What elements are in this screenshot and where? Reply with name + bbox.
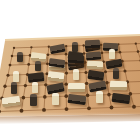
tak-wall-black[interactable] bbox=[35, 61, 41, 72]
tak-flat-white[interactable] bbox=[68, 83, 85, 92]
tak-wall-black[interactable] bbox=[17, 52, 23, 62]
tak-wall-black[interactable] bbox=[11, 82, 17, 93]
tak-wall-white[interactable] bbox=[73, 69, 79, 80]
tak-flat-white[interactable] bbox=[48, 71, 65, 82]
background-white bbox=[0, 124, 140, 140]
tak-flat-white[interactable] bbox=[87, 61, 103, 70]
tak-flat-black[interactable] bbox=[49, 43, 65, 54]
tak-flat-white[interactable] bbox=[110, 81, 127, 90]
tak-wall-white[interactable] bbox=[32, 82, 38, 93]
tak-flat-black[interactable] bbox=[28, 72, 45, 82]
tak-wall-white[interactable] bbox=[96, 91, 103, 103]
tak-flat-black[interactable] bbox=[88, 70, 105, 81]
tak-flat-black[interactable] bbox=[85, 40, 100, 49]
tak-wall-black[interactable] bbox=[72, 42, 77, 52]
tak-flat-black[interactable] bbox=[68, 55, 84, 64]
tak-flat-black[interactable] bbox=[112, 92, 131, 104]
tak-flat-white[interactable] bbox=[2, 96, 21, 107]
tak-wall-white[interactable] bbox=[109, 49, 115, 59]
tak-wall-white[interactable] bbox=[52, 93, 59, 105]
tak-wall-white[interactable] bbox=[13, 71, 19, 82]
tak-wall-black[interactable] bbox=[30, 94, 37, 106]
tak-flat-black[interactable] bbox=[86, 51, 102, 60]
tak-wall-black[interactable] bbox=[113, 68, 119, 79]
tak-flat-black[interactable] bbox=[68, 94, 87, 105]
tak-board-photo bbox=[0, 0, 140, 140]
